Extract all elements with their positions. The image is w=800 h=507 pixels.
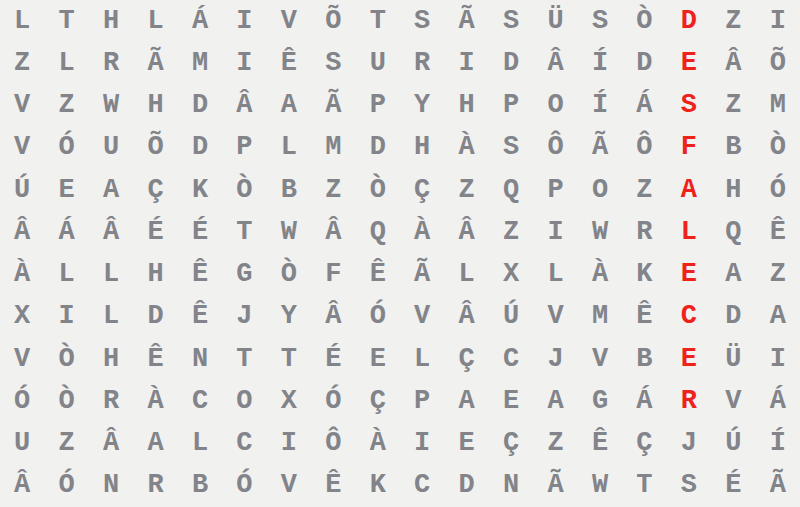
grid-cell[interactable]: V [533,296,577,338]
grid-cell[interactable]: Á [44,211,88,253]
grid-cell[interactable]: Ê [311,465,355,507]
grid-cell[interactable]: Í [578,42,622,84]
grid-cell[interactable]: B [711,127,755,169]
grid-cell[interactable]: É [133,211,177,253]
grid-cell[interactable]: Â [0,465,44,507]
grid-cell[interactable]: W [578,211,622,253]
grid-cell[interactable]: Á [622,85,666,127]
grid-cell[interactable]: S [578,0,622,42]
grid-cell[interactable]: Ó [44,127,88,169]
grid-cell[interactable]: X [0,296,44,338]
grid-cell[interactable]: D [178,127,222,169]
grid-cell[interactable]: W [578,465,622,507]
grid-cell[interactable]: A [667,169,711,211]
grid-cell[interactable]: L [444,254,488,296]
grid-cell[interactable]: Ç [400,169,444,211]
grid-cell[interactable]: A [89,169,133,211]
grid-cell[interactable]: Ò [44,380,88,422]
grid-cell[interactable]: Â [444,296,488,338]
grid-cell[interactable]: M [756,85,800,127]
grid-cell[interactable]: Y [267,296,311,338]
grid-cell[interactable]: U [356,42,400,84]
grid-cell[interactable]: B [178,465,222,507]
grid-cell[interactable]: G [578,380,622,422]
grid-cell[interactable]: Z [711,0,755,42]
grid-cell[interactable]: Y [400,85,444,127]
grid-cell[interactable]: Z [44,85,88,127]
grid-cell[interactable]: Ò [267,254,311,296]
grid-cell[interactable]: M [178,42,222,84]
grid-cell[interactable]: Z [711,85,755,127]
grid-cell[interactable]: Z [622,169,666,211]
grid-cell[interactable]: L [44,42,88,84]
grid-cell[interactable]: Õ [133,127,177,169]
grid-cell[interactable]: L [667,211,711,253]
grid-cell[interactable]: Â [89,211,133,253]
grid-cell[interactable]: D [356,127,400,169]
grid-cell[interactable]: Ó [0,380,44,422]
grid-cell[interactable]: L [400,338,444,380]
grid-cell[interactable]: E [444,423,488,465]
grid-cell[interactable]: Â [0,211,44,253]
grid-cell[interactable]: A [756,296,800,338]
grid-cell[interactable]: Õ [311,0,355,42]
grid-cell[interactable]: O [533,85,577,127]
grid-cell[interactable]: C [222,423,266,465]
grid-cell[interactable]: H [444,85,488,127]
grid-cell[interactable]: L [133,0,177,42]
grid-cell[interactable]: I [222,0,266,42]
grid-cell[interactable]: À [0,254,44,296]
grid-cell[interactable]: Õ [756,42,800,84]
grid-cell[interactable]: Í [578,85,622,127]
grid-cell[interactable]: L [89,296,133,338]
grid-cell[interactable]: C [667,296,711,338]
grid-cell[interactable]: R [89,42,133,84]
grid-cell[interactable]: W [89,85,133,127]
grid-cell[interactable]: W [267,211,311,253]
grid-cell[interactable]: C [400,465,444,507]
grid-cell[interactable]: P [400,380,444,422]
grid-cell[interactable]: M [311,127,355,169]
grid-cell[interactable]: X [267,380,311,422]
grid-cell[interactable]: À [133,380,177,422]
grid-cell[interactable]: E [356,338,400,380]
grid-cell[interactable]: S [489,127,533,169]
grid-cell[interactable]: E [44,169,88,211]
grid-cell[interactable]: T [222,211,266,253]
grid-cell[interactable]: Â [711,42,755,84]
grid-cell[interactable]: L [0,0,44,42]
grid-cell[interactable]: Â [89,423,133,465]
grid-cell[interactable]: H [133,85,177,127]
grid-cell[interactable]: A [267,85,311,127]
grid-cell[interactable]: Á [178,0,222,42]
grid-cell[interactable]: E [667,42,711,84]
grid-cell[interactable]: Ã [578,127,622,169]
grid-cell[interactable]: D [667,0,711,42]
grid-cell[interactable]: À [444,127,488,169]
grid-cell[interactable]: E [667,338,711,380]
grid-cell[interactable]: L [178,423,222,465]
grid-cell[interactable]: R [133,465,177,507]
grid-cell[interactable]: Ã [444,0,488,42]
grid-cell[interactable]: Ê [267,42,311,84]
grid-cell[interactable]: É [178,211,222,253]
grid-cell[interactable]: Z [444,169,488,211]
grid-cell[interactable]: Ü [533,0,577,42]
grid-cell[interactable]: Z [533,423,577,465]
grid-cell[interactable]: Ú [711,423,755,465]
grid-cell[interactable]: Ã [311,85,355,127]
grid-cell[interactable]: Ê [178,296,222,338]
grid-cell[interactable]: Z [44,423,88,465]
grid-cell[interactable]: I [533,211,577,253]
grid-cell[interactable]: À [578,254,622,296]
grid-cell[interactable]: F [667,127,711,169]
grid-cell[interactable]: V [0,85,44,127]
grid-cell[interactable]: I [267,423,311,465]
grid-cell[interactable]: H [711,169,755,211]
grid-cell[interactable]: Ò [622,0,666,42]
grid-cell[interactable]: P [533,169,577,211]
grid-cell[interactable]: V [711,380,755,422]
grid-cell[interactable]: H [89,0,133,42]
grid-cell[interactable]: V [0,127,44,169]
grid-cell[interactable]: Ó [311,380,355,422]
grid-cell[interactable]: M [578,296,622,338]
grid-cell[interactable]: Ã [400,254,444,296]
grid-cell[interactable]: U [89,127,133,169]
grid-cell[interactable]: Q [356,211,400,253]
grid-cell[interactable]: Ã [533,465,577,507]
grid-cell[interactable]: Ç [356,380,400,422]
grid-cell[interactable]: Ã [133,42,177,84]
grid-cell[interactable]: R [667,380,711,422]
grid-cell[interactable]: Z [311,169,355,211]
grid-cell[interactable]: N [178,338,222,380]
grid-cell[interactable]: V [0,338,44,380]
grid-cell[interactable]: L [44,254,88,296]
grid-cell[interactable]: Ê [622,296,666,338]
grid-cell[interactable]: L [533,254,577,296]
grid-cell[interactable]: Z [489,211,533,253]
grid-cell[interactable]: D [622,42,666,84]
grid-cell[interactable]: O [222,380,266,422]
grid-cell[interactable]: Ê [356,254,400,296]
grid-cell[interactable]: R [400,42,444,84]
grid-cell[interactable]: G [222,254,266,296]
grid-cell[interactable]: Â [311,296,355,338]
grid-cell[interactable]: R [622,211,666,253]
grid-cell[interactable]: Ú [489,296,533,338]
grid-cell[interactable]: Ê [133,338,177,380]
grid-cell[interactable]: Ó [356,296,400,338]
grid-cell[interactable]: Ê [578,423,622,465]
grid-cell[interactable]: Â [533,42,577,84]
grid-cell[interactable]: K [178,169,222,211]
grid-cell[interactable]: J [533,338,577,380]
grid-cell[interactable]: Ç [489,423,533,465]
grid-cell[interactable]: O [578,169,622,211]
grid-cell[interactable]: I [400,423,444,465]
grid-cell[interactable]: V [400,296,444,338]
grid-cell[interactable]: S [311,42,355,84]
grid-cell[interactable]: Ô [622,127,666,169]
grid-cell[interactable]: Ò [222,169,266,211]
grid-cell[interactable]: Ô [311,423,355,465]
grid-cell[interactable]: P [222,127,266,169]
grid-cell[interactable]: J [222,296,266,338]
grid-cell[interactable]: D [133,296,177,338]
grid-cell[interactable]: I [756,0,800,42]
grid-cell[interactable]: D [444,465,488,507]
grid-cell[interactable]: D [178,85,222,127]
grid-cell[interactable]: Ê [756,211,800,253]
grid-cell[interactable]: Ó [756,169,800,211]
grid-cell[interactable]: B [267,169,311,211]
grid-cell[interactable]: I [222,42,266,84]
grid-cell[interactable]: Â [222,85,266,127]
grid-cell[interactable]: Ò [356,169,400,211]
grid-cell[interactable]: Ò [756,127,800,169]
grid-cell[interactable]: L [89,254,133,296]
grid-cell[interactable]: Q [489,169,533,211]
grid-cell[interactable]: C [489,338,533,380]
grid-cell[interactable]: T [356,0,400,42]
grid-cell[interactable]: Â [311,211,355,253]
grid-cell[interactable]: Ã [756,465,800,507]
grid-cell[interactable]: U [0,423,44,465]
grid-cell[interactable]: Ò [44,338,88,380]
grid-cell[interactable]: I [756,338,800,380]
grid-cell[interactable]: K [356,465,400,507]
grid-cell[interactable]: S [400,0,444,42]
grid-cell[interactable]: Z [756,254,800,296]
grid-cell[interactable]: D [489,42,533,84]
grid-cell[interactable]: A [533,380,577,422]
grid-cell[interactable]: C [178,380,222,422]
grid-cell[interactable]: N [89,465,133,507]
grid-cell[interactable]: Z [0,42,44,84]
grid-cell[interactable]: K [622,254,666,296]
grid-cell[interactable]: X [489,254,533,296]
grid-cell[interactable]: E [667,254,711,296]
grid-cell[interactable]: É [711,465,755,507]
grid-cell[interactable]: D [711,296,755,338]
grid-cell[interactable]: A [444,380,488,422]
grid-cell[interactable]: A [711,254,755,296]
grid-cell[interactable]: I [444,42,488,84]
grid-cell[interactable]: Ê [178,254,222,296]
grid-cell[interactable]: Â [444,211,488,253]
grid-cell[interactable]: Á [756,380,800,422]
grid-cell[interactable]: H [400,127,444,169]
grid-cell[interactable]: T [622,465,666,507]
grid-cell[interactable]: À [356,423,400,465]
grid-cell[interactable]: A [133,423,177,465]
grid-cell[interactable]: S [489,0,533,42]
grid-cell[interactable]: T [222,338,266,380]
grid-cell[interactable]: Ç [622,423,666,465]
grid-cell[interactable]: H [89,338,133,380]
grid-cell[interactable]: V [267,0,311,42]
grid-cell[interactable]: Q [711,211,755,253]
grid-cell[interactable]: L [267,127,311,169]
grid-cell[interactable]: Á [622,380,666,422]
grid-cell[interactable]: B [622,338,666,380]
grid-cell[interactable]: Ó [44,465,88,507]
grid-cell[interactable]: V [578,338,622,380]
grid-cell[interactable]: Ú [0,169,44,211]
grid-cell[interactable]: V [267,465,311,507]
grid-cell[interactable]: P [489,85,533,127]
grid-cell[interactable]: E [489,380,533,422]
grid-cell[interactable]: R [89,380,133,422]
grid-cell[interactable]: T [267,338,311,380]
grid-cell[interactable]: T [44,0,88,42]
grid-cell[interactable]: N [489,465,533,507]
grid-cell[interactable]: P [356,85,400,127]
grid-cell[interactable]: I [44,296,88,338]
grid-cell[interactable]: Ó [222,465,266,507]
grid-cell[interactable]: S [667,465,711,507]
grid-cell[interactable]: Ü [711,338,755,380]
grid-cell[interactable]: H [133,254,177,296]
word-search-grid: LTHLÁIVÕTSÃSÜSÒDZIZLRÃMIÊSURIDÂÍDEÂÕVZWH… [0,0,800,507]
grid-cell[interactable]: Ç [133,169,177,211]
grid-cell[interactable]: J [667,423,711,465]
grid-cell[interactable]: Í [756,423,800,465]
grid-cell[interactable]: S [667,85,711,127]
grid-cell[interactable]: Ç [444,338,488,380]
grid-cell[interactable]: É [311,338,355,380]
grid-cell[interactable]: F [311,254,355,296]
grid-cell[interactable]: Ô [533,127,577,169]
grid-cell[interactable]: À [400,211,444,253]
